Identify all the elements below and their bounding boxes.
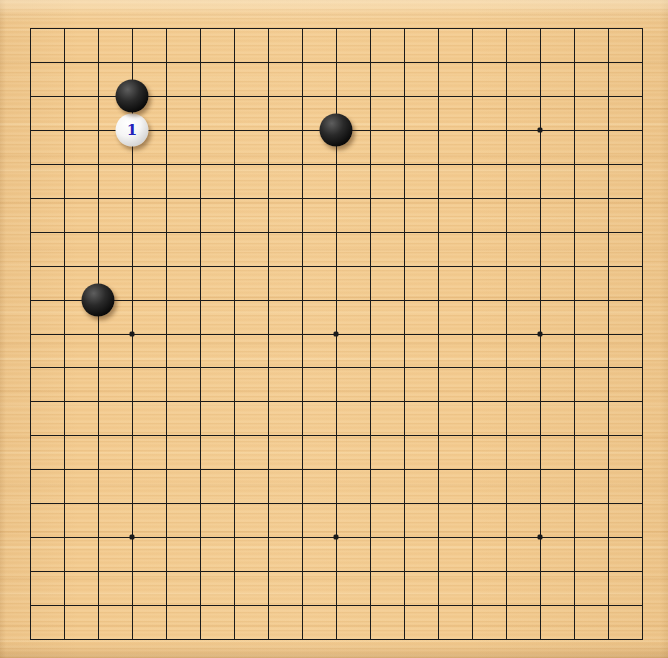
hoshi-star-point: [334, 331, 339, 336]
hoshi-star-point: [538, 127, 543, 132]
grid-line-vertical: [370, 28, 371, 640]
board-wood-texture: [0, 0, 668, 658]
move-number-label: 1: [116, 113, 149, 146]
go-board[interactable]: 1: [0, 0, 668, 658]
stone-black[interactable]: [320, 113, 353, 146]
stone-white[interactable]: 1: [116, 113, 149, 146]
grid-line-horizontal: [30, 367, 643, 368]
grid-line-vertical: [472, 28, 473, 640]
grid-line-horizontal: [30, 639, 643, 640]
grid-line-horizontal: [30, 435, 643, 436]
grid-line-horizontal: [30, 503, 643, 504]
grid-line-vertical: [404, 28, 405, 640]
grid-line-horizontal: [30, 571, 643, 572]
grid-line-vertical: [506, 28, 507, 640]
stone-black[interactable]: [82, 283, 115, 316]
grid-line-vertical: [574, 28, 575, 640]
grid-line-vertical: [608, 28, 609, 640]
grid-line-vertical: [642, 28, 643, 640]
hoshi-star-point: [538, 331, 543, 336]
grid-line-vertical: [438, 28, 439, 640]
hoshi-star-point: [334, 535, 339, 540]
grid-line-horizontal: [30, 401, 643, 402]
grid-line-horizontal: [30, 605, 643, 606]
hoshi-star-point: [538, 535, 543, 540]
stone-black[interactable]: [116, 79, 149, 112]
grid-line-horizontal: [30, 469, 643, 470]
hoshi-star-point: [130, 535, 135, 540]
hoshi-star-point: [130, 331, 135, 336]
